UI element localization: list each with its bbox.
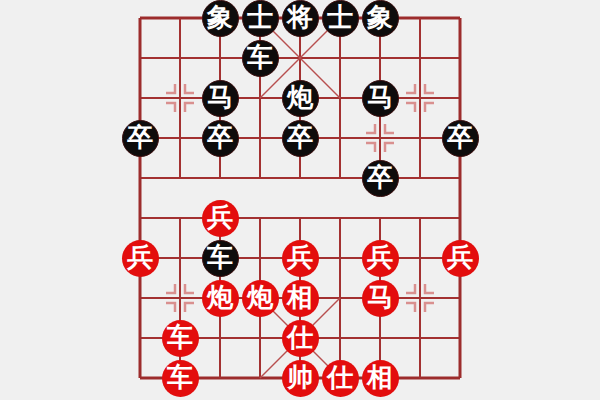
red-chariot[interactable]: 车 — [162, 320, 199, 357]
red-horse[interactable]: 马 — [362, 280, 399, 317]
black-horse[interactable]: 马 — [202, 80, 239, 117]
black-soldier[interactable]: 卒 — [202, 120, 239, 157]
black-soldier[interactable]: 卒 — [122, 120, 159, 157]
red-chariot[interactable]: 车 — [162, 360, 199, 397]
red-soldier[interactable]: 兵 — [282, 240, 319, 277]
black-elephant[interactable]: 象 — [362, 0, 399, 37]
black-soldier[interactable]: 卒 — [282, 120, 319, 157]
black-elephant[interactable]: 象 — [202, 0, 239, 37]
pieces-layer: 象士将士象车马炮马卒卒卒卒卒兵兵车兵兵兵炮炮相马车仕车帅仕相 — [0, 0, 600, 400]
red-elephant[interactable]: 相 — [282, 280, 319, 317]
xiangqi-board[interactable]: 象士将士象车马炮马卒卒卒卒卒兵兵车兵兵兵炮炮相马车仕车帅仕相 — [0, 0, 600, 400]
red-cannon[interactable]: 炮 — [202, 280, 239, 317]
red-soldier[interactable]: 兵 — [362, 240, 399, 277]
black-soldier[interactable]: 卒 — [362, 160, 399, 197]
red-soldier[interactable]: 兵 — [122, 240, 159, 277]
red-advisor[interactable]: 仕 — [322, 360, 359, 397]
red-soldier[interactable]: 兵 — [442, 240, 479, 277]
black-horse[interactable]: 马 — [362, 80, 399, 117]
red-advisor[interactable]: 仕 — [282, 320, 319, 357]
black-advisor[interactable]: 士 — [322, 0, 359, 37]
red-general[interactable]: 帅 — [282, 360, 319, 397]
black-chariot[interactable]: 车 — [202, 240, 239, 277]
black-soldier[interactable]: 卒 — [442, 120, 479, 157]
red-soldier[interactable]: 兵 — [202, 200, 239, 237]
black-advisor[interactable]: 士 — [242, 0, 279, 37]
red-cannon[interactable]: 炮 — [242, 280, 279, 317]
black-chariot[interactable]: 车 — [242, 40, 279, 77]
red-elephant[interactable]: 相 — [362, 360, 399, 397]
black-general[interactable]: 将 — [282, 0, 319, 37]
black-cannon[interactable]: 炮 — [282, 80, 319, 117]
